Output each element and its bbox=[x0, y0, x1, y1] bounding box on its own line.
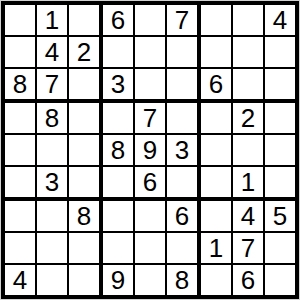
cell-r4c9-empty[interactable] bbox=[265, 103, 295, 135]
cell-r9c1-given-4: 4 bbox=[5, 265, 37, 295]
cell-r9c5-empty[interactable] bbox=[135, 265, 167, 295]
cell-r7c9-given-5: 5 bbox=[265, 201, 295, 233]
cell-r2c5-empty[interactable] bbox=[135, 37, 167, 69]
cell-r2c2-given-4: 4 bbox=[37, 37, 69, 69]
cell-r9c6-given-8: 8 bbox=[167, 265, 201, 295]
cell-r7c6-given-6: 6 bbox=[167, 201, 201, 233]
cell-r2c1-empty[interactable] bbox=[5, 37, 37, 69]
cell-r4c2-given-8: 8 bbox=[37, 103, 69, 135]
cell-r8c7-given-1: 1 bbox=[201, 233, 233, 265]
cell-r5c5-given-9: 9 bbox=[135, 135, 167, 167]
cell-r9c4-given-9: 9 bbox=[103, 265, 135, 295]
cell-r5c8-empty[interactable] bbox=[233, 135, 265, 167]
cell-r6c4-empty[interactable] bbox=[103, 167, 135, 201]
cell-r7c5-empty[interactable] bbox=[135, 201, 167, 233]
cell-r7c1-empty[interactable] bbox=[5, 201, 37, 233]
cell-r1c7-empty[interactable] bbox=[201, 5, 233, 37]
cell-r1c8-empty[interactable] bbox=[233, 5, 265, 37]
cell-r1c5-empty[interactable] bbox=[135, 5, 167, 37]
cell-r3c1-given-8: 8 bbox=[5, 69, 37, 103]
page-background: 16744287368728933618645174986 bbox=[0, 0, 300, 300]
cell-r4c7-empty[interactable] bbox=[201, 103, 233, 135]
cell-r5c6-given-3: 3 bbox=[167, 135, 201, 167]
cell-r2c8-empty[interactable] bbox=[233, 37, 265, 69]
cell-r8c1-empty[interactable] bbox=[5, 233, 37, 265]
cell-r3c2-given-7: 7 bbox=[37, 69, 69, 103]
cell-r8c9-empty[interactable] bbox=[265, 233, 295, 265]
cell-r4c1-empty[interactable] bbox=[5, 103, 37, 135]
cell-r2c7-empty[interactable] bbox=[201, 37, 233, 69]
cell-r3c4-given-3: 3 bbox=[103, 69, 135, 103]
cell-r7c7-empty[interactable] bbox=[201, 201, 233, 233]
cell-r3c3-empty[interactable] bbox=[69, 69, 103, 103]
cell-r6c1-empty[interactable] bbox=[5, 167, 37, 201]
cell-r8c3-empty[interactable] bbox=[69, 233, 103, 265]
cell-r6c8-given-1: 1 bbox=[233, 167, 265, 201]
cell-r7c3-given-8: 8 bbox=[69, 201, 103, 233]
cell-r5c2-empty[interactable] bbox=[37, 135, 69, 167]
cell-r3c7-given-6: 6 bbox=[201, 69, 233, 103]
cell-r1c3-empty[interactable] bbox=[69, 5, 103, 37]
cell-r6c2-given-3: 3 bbox=[37, 167, 69, 201]
cell-r6c7-empty[interactable] bbox=[201, 167, 233, 201]
cell-r4c5-given-7: 7 bbox=[135, 103, 167, 135]
cell-r3c6-empty[interactable] bbox=[167, 69, 201, 103]
cell-r5c1-empty[interactable] bbox=[5, 135, 37, 167]
cell-r6c3-empty[interactable] bbox=[69, 167, 103, 201]
cell-r8c8-given-7: 7 bbox=[233, 233, 265, 265]
cell-r5c4-given-8: 8 bbox=[103, 135, 135, 167]
cell-r1c4-given-6: 6 bbox=[103, 5, 135, 37]
cell-r2c3-given-2: 2 bbox=[69, 37, 103, 69]
cell-r9c3-empty[interactable] bbox=[69, 265, 103, 295]
cell-r2c9-empty[interactable] bbox=[265, 37, 295, 69]
sudoku-board: 16744287368728933618645174986 bbox=[1, 1, 299, 299]
cell-r1c2-given-1: 1 bbox=[37, 5, 69, 37]
cell-r4c4-empty[interactable] bbox=[103, 103, 135, 135]
cell-r2c4-empty[interactable] bbox=[103, 37, 135, 69]
cell-r8c4-empty[interactable] bbox=[103, 233, 135, 265]
cell-r5c9-empty[interactable] bbox=[265, 135, 295, 167]
cell-r4c6-empty[interactable] bbox=[167, 103, 201, 135]
cell-r7c2-empty[interactable] bbox=[37, 201, 69, 233]
cell-r3c8-empty[interactable] bbox=[233, 69, 265, 103]
cell-r6c5-given-6: 6 bbox=[135, 167, 167, 201]
cell-r8c2-empty[interactable] bbox=[37, 233, 69, 265]
cell-r6c6-empty[interactable] bbox=[167, 167, 201, 201]
cell-r9c8-given-6: 6 bbox=[233, 265, 265, 295]
cell-r5c3-empty[interactable] bbox=[69, 135, 103, 167]
cell-r4c8-given-2: 2 bbox=[233, 103, 265, 135]
cell-r1c6-given-7: 7 bbox=[167, 5, 201, 37]
cell-r7c4-empty[interactable] bbox=[103, 201, 135, 233]
cell-r1c9-given-4: 4 bbox=[265, 5, 295, 37]
cell-r3c9-empty[interactable] bbox=[265, 69, 295, 103]
cell-r8c6-empty[interactable] bbox=[167, 233, 201, 265]
cell-r6c9-empty[interactable] bbox=[265, 167, 295, 201]
cell-r1c1-empty[interactable] bbox=[5, 5, 37, 37]
cell-r3c5-empty[interactable] bbox=[135, 69, 167, 103]
cell-r9c7-empty[interactable] bbox=[201, 265, 233, 295]
cell-r5c7-empty[interactable] bbox=[201, 135, 233, 167]
cell-r7c8-given-4: 4 bbox=[233, 201, 265, 233]
cell-r9c2-empty[interactable] bbox=[37, 265, 69, 295]
cell-r4c3-empty[interactable] bbox=[69, 103, 103, 135]
cell-r2c6-empty[interactable] bbox=[167, 37, 201, 69]
cell-r8c5-empty[interactable] bbox=[135, 233, 167, 265]
cell-r9c9-empty[interactable] bbox=[265, 265, 295, 295]
